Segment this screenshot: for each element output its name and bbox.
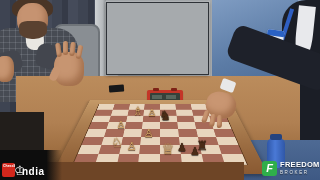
board-square <box>214 129 235 137</box>
board-square <box>139 145 160 154</box>
board-square <box>141 129 160 137</box>
bottle-cap <box>270 134 282 140</box>
board-square <box>104 129 124 137</box>
finger <box>63 41 68 55</box>
chessbase-india-wordmark: ndia <box>22 166 45 178</box>
board-square <box>121 137 142 145</box>
board-square <box>106 122 125 129</box>
clock-digits-left <box>152 95 162 99</box>
board-square <box>179 137 200 145</box>
board-square <box>123 129 143 137</box>
clock-button <box>153 88 159 91</box>
board-square <box>98 145 121 154</box>
board-square <box>177 122 196 129</box>
freedom-broker-title: FREEDOM <box>280 161 320 169</box>
freedom-broker-logo: F FREEDOM BROKER <box>262 160 320 180</box>
broadcast-frame: ♗♙♞♙♙♘♙♕♟♜♟ ♚♟♜♟♟♛♝♟♟♟♟♟♟♛♚ ChessBase ♔ … <box>0 0 320 180</box>
board-square <box>160 129 179 137</box>
table-front-edge <box>44 162 244 180</box>
finger <box>217 115 222 128</box>
player-left-left-hand <box>0 56 14 82</box>
board-square <box>219 145 243 154</box>
board-square <box>160 122 178 129</box>
board-square <box>160 137 180 145</box>
board-square <box>124 122 143 129</box>
clock-button <box>171 88 177 91</box>
freedom-broker-icon: F <box>262 161 277 176</box>
smartphone <box>109 84 124 92</box>
freedom-broker-subtitle: BROKER <box>280 170 309 176</box>
board-square <box>178 129 198 137</box>
board-square <box>180 145 202 154</box>
player-left-beard <box>19 21 47 39</box>
board-square <box>101 137 122 145</box>
board-square <box>160 145 181 154</box>
board-square <box>140 137 160 145</box>
board-square <box>119 145 141 154</box>
engine-diagram-board: ♚♟♜♟♟♛♝♟♟♟♟♟♟♛♚ <box>106 2 209 75</box>
board-square <box>216 137 238 145</box>
board-square <box>142 122 160 129</box>
clock-digits-right <box>166 95 176 99</box>
